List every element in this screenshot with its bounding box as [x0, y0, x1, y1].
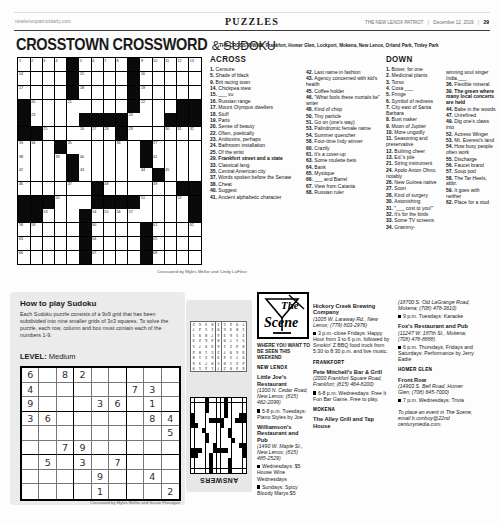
- sudoku-cell: 1: [144, 397, 161, 412]
- crossword-answer-cell: [217, 448, 220, 453]
- crossword-answer-cell: [213, 413, 216, 418]
- clue-number: 2: [31, 59, 33, 63]
- crossword-answer-cell: [232, 418, 235, 423]
- crossword-answer-cell: [213, 423, 216, 428]
- sudoku-cell: [57, 412, 74, 427]
- sudoku-cell: [162, 397, 179, 412]
- crossword-cell: 35: [67, 141, 79, 154]
- crossword-black-cell: [67, 86, 79, 99]
- crossword-answer-grid-upside-down: [190, 397, 247, 474]
- crossword-black-cell: [189, 182, 201, 195]
- crossword-answer-cell: [221, 458, 224, 463]
- crossword-cell: [31, 251, 43, 264]
- crossword-answer-cell: [232, 453, 235, 458]
- crossword-cell: [31, 182, 43, 195]
- sudoku-cell: [144, 426, 161, 441]
- crossword-cell: [128, 182, 140, 195]
- crossword-answer-cell: [206, 398, 209, 403]
- crossword-answer-cell: [191, 398, 194, 403]
- crossword-cell: 28: [104, 127, 116, 140]
- sudoku-answer-cell: 3: [240, 349, 246, 354]
- sudoku-cell: [127, 368, 144, 383]
- sudoku-answer-cell: 6: [216, 344, 222, 349]
- clue-number: 27: [92, 127, 96, 131]
- sudoku-grid: 682473936136845795379412: [20, 366, 181, 501]
- crossword-cell: [177, 72, 189, 85]
- crossword-cell: [189, 86, 201, 99]
- clue-number: 28: [104, 127, 108, 131]
- clue: 68. Russian ruler: [306, 190, 380, 196]
- sudoku-answer-cell: 6: [234, 349, 240, 354]
- crossword-cell: 11: [165, 58, 177, 71]
- crossword-cell: 27: [92, 127, 104, 140]
- city-header: FRANKFORT: [313, 360, 390, 365]
- sudoku-cell: 3: [22, 412, 39, 427]
- clue-number: 3: [43, 59, 45, 63]
- crossword-cell: [165, 72, 177, 85]
- clue-number: 46: [19, 182, 23, 186]
- crossword-answer-cell: [191, 458, 194, 463]
- crossword-answer-cell: [224, 408, 227, 413]
- crossword-answer-cell: [243, 433, 246, 438]
- clue-number: 51: [141, 196, 145, 200]
- clue-number: 6: [92, 59, 94, 63]
- sudoku-answer-cell: 4: [228, 322, 234, 327]
- venue-address: (18700 S. Old LaGrange Road, Mokena; (70…: [398, 299, 474, 311]
- crossword-cell: [55, 223, 67, 236]
- down-clues-column-2: winning soul singer India.___36. Flexibl…: [446, 70, 496, 206]
- page-number: 29: [483, 19, 489, 25]
- clue: 58. The Tar Heels, abbr.: [446, 176, 496, 188]
- crossword-answer-cell: [224, 403, 227, 408]
- venue-name: Little Joe's Restaurant: [257, 374, 309, 387]
- crossword-answer-cell: [202, 448, 205, 453]
- bullet-square-icon: [398, 399, 401, 402]
- crossword-black-cell: [79, 237, 91, 250]
- level-label: LEVEL:: [20, 352, 47, 361]
- crossword-cell: 48: [104, 182, 116, 195]
- crossword-answer-cell: [243, 453, 246, 458]
- crossword-black-cell: [18, 100, 30, 113]
- sudoku-cell: [57, 470, 74, 485]
- crossword-cell: [140, 182, 152, 195]
- crossword-answer-cell: [235, 408, 238, 413]
- clue: 59. It goes with neither: [446, 188, 496, 200]
- crossword-answer-cell: [206, 408, 209, 413]
- crossword-cell: [55, 251, 67, 264]
- crossword-cell: 63: [18, 237, 30, 250]
- crossword-cell: [165, 196, 177, 209]
- crossword-answer-cell: [232, 448, 235, 453]
- clue-number: 26: [80, 127, 84, 131]
- sudoku-cell: [92, 426, 109, 441]
- sudoku-cell: [109, 470, 126, 485]
- crossword-answer-cell: [213, 448, 216, 453]
- sudoku-cell: 9: [92, 470, 109, 485]
- crossword-answer-cell: [228, 464, 231, 469]
- sudoku-answer-cell: 4: [191, 349, 197, 354]
- crossword-answer-cell: [221, 438, 224, 443]
- sudoku-answer-cell: 6: [197, 322, 203, 327]
- crossword-answer-cell: [206, 469, 209, 474]
- clue: 46. "What fools these mortals be" writer: [306, 95, 380, 107]
- crossword-answer-cell: [239, 398, 242, 403]
- crossword-answer-cell: [232, 408, 235, 413]
- crossword-cell: [43, 251, 55, 264]
- crossword-answer-cell: [191, 408, 194, 413]
- crossword-answer-cell: [221, 433, 224, 438]
- venue-name: The Alley Grill and Tap House: [313, 416, 390, 429]
- crossword-answer-cell: [239, 464, 242, 469]
- crossword-cell: [165, 182, 177, 195]
- sudoku-answer-cell: 7: [216, 366, 222, 371]
- sudoku-answer-cell: 6: [191, 361, 197, 366]
- crossword-answer-cell: [191, 423, 194, 428]
- crossword-cell: [116, 223, 128, 236]
- crossword-answer-cell: [209, 398, 212, 403]
- crossword-black-cell: [140, 251, 152, 264]
- clue-number: 58: [19, 223, 23, 227]
- crossword-answer-cell: [235, 413, 238, 418]
- crossword-answer-cell: [243, 403, 246, 408]
- crossword-answer-cell: [198, 458, 201, 463]
- clue-number: 53: [43, 210, 47, 214]
- venue-address: (1490 W. Maple St., New Lenox; (815) 485…: [257, 443, 309, 461]
- sudoku-cell: 5: [162, 426, 179, 441]
- crossword-cell: [128, 251, 140, 264]
- crossword-cell: 9: [140, 58, 152, 71]
- crossword-answer-cell: [232, 464, 235, 469]
- crossword-cell: [128, 237, 140, 250]
- crossword-answer-cell: [209, 423, 212, 428]
- crossword-answer-cell: [213, 453, 216, 458]
- sudoku-answer-cell: 1: [240, 327, 246, 332]
- event-item: 6 p.m. Thursdays, Fridays and Saturdays:…: [398, 344, 474, 362]
- sudoku-answer-cell: 3: [203, 322, 209, 327]
- sudoku-cell: 2: [162, 484, 179, 499]
- crossword-cell: [55, 237, 67, 250]
- crossword-answer-cell: [221, 443, 224, 448]
- sudoku-answer-cell: 8: [228, 366, 234, 371]
- crossword-cell: [79, 182, 91, 195]
- crossword-cell: 12: [177, 58, 189, 71]
- clue: 34. Grammy-: [386, 225, 442, 231]
- crossword-black-cell: [79, 223, 91, 236]
- crossword-answer-cell: [232, 443, 235, 448]
- crossword-cell: 39: [55, 154, 67, 167]
- crossword-cell: 43: [79, 168, 91, 181]
- sudoku-answer-cell: 5: [222, 322, 228, 327]
- crossword-answer-cell: [232, 428, 235, 433]
- crossword-answer-cell: [213, 408, 216, 413]
- sudoku-cell: [109, 484, 126, 499]
- clue-number: 37: [153, 141, 157, 145]
- crossword-answer-cell: [206, 464, 209, 469]
- crossword-answer-cell: [243, 464, 246, 469]
- crossword-answer-cell: [195, 464, 198, 469]
- clue-number: 25: [43, 127, 47, 131]
- sudoku-answer-cell: 4: [222, 355, 228, 360]
- crossword-cell: [31, 237, 43, 250]
- venue-address: (1300 N. Cedar Road, New Lenox; (815) 46…: [257, 387, 309, 405]
- clue-number: 45: [165, 168, 169, 172]
- clue-number: 17: [19, 86, 23, 90]
- crossword-answer-cell: [209, 418, 212, 423]
- crossword-cell: [43, 182, 55, 195]
- clue-number: 38: [19, 155, 23, 159]
- crossword-black-cell: [189, 209, 201, 222]
- bullet-square-icon: [313, 391, 316, 394]
- clue-number: 9: [141, 59, 143, 63]
- sudoku-cell: [162, 455, 179, 470]
- separator: |: [428, 20, 429, 25]
- clue-number: 40: [80, 155, 84, 159]
- clue-number: 23: [31, 113, 35, 117]
- crossword-cell: 32: [189, 127, 201, 140]
- sudoku-cell: [74, 426, 91, 441]
- sudoku-answer-cell: 1: [203, 349, 209, 354]
- sudoku-cell: [127, 455, 144, 470]
- crossword-answer-cell: [235, 423, 238, 428]
- crossword-answer-cell: [235, 469, 238, 474]
- crossword-answer-cell: [191, 418, 194, 423]
- crossword-answer-cell: [198, 408, 201, 413]
- crossword-answer-cell: [191, 453, 194, 458]
- crossword-cell: [177, 251, 189, 264]
- bullet-square-icon: [313, 332, 316, 335]
- crossword-cell: 29: [128, 127, 140, 140]
- crossword-answer-cell: [243, 428, 246, 433]
- crossword-cell: 67: [92, 251, 104, 264]
- crossword-answer-cell: [206, 448, 209, 453]
- crossword-answer-cell: [224, 428, 227, 433]
- clue: 62. Place for a stud: [446, 200, 496, 206]
- crossword-answer-cell: [209, 448, 212, 453]
- crossword-cell: 37: [153, 141, 165, 154]
- crossword-cell: [92, 154, 104, 167]
- crossword-black-cell: [189, 100, 201, 113]
- sudoku-answer-cell: 1: [216, 322, 222, 327]
- crossword-cell: 66: [18, 251, 30, 264]
- crossword-black-cell: [55, 141, 67, 154]
- svg-text:The: The: [281, 299, 299, 311]
- sudoku-answer-cell: 3: [191, 338, 197, 343]
- crossword-cell: [79, 196, 91, 209]
- crossword-cell: [116, 168, 128, 181]
- sudoku-answer-cell: 4: [203, 366, 209, 371]
- crossword-answer-cell: [232, 398, 235, 403]
- sudoku-answer-cell: 7: [240, 322, 246, 327]
- clue: 41. Ancient alphabetic character: [210, 195, 296, 201]
- crossword-cell: 21: [67, 100, 79, 113]
- down-clue-list: winning soul singer India.___36. Flexibl…: [446, 70, 496, 206]
- crossword-answer-cell: [202, 408, 205, 413]
- sudoku-level: LEVEL: Medium: [20, 352, 75, 361]
- crossword-answer-cell: [224, 448, 227, 453]
- crossword-cell: 56: [116, 209, 128, 222]
- crossword-cell: [140, 209, 152, 222]
- crossword-answer-cell: [209, 403, 212, 408]
- crossword-answer-cell: [228, 433, 231, 438]
- sudoku-cell: 9: [74, 441, 91, 456]
- crossword-answer-cell: [228, 408, 231, 413]
- crossword-cell: [67, 209, 79, 222]
- across-clues-column-2: 42. Last name in fashion43. Agency conce…: [306, 70, 380, 197]
- crossword-cell: [43, 113, 55, 126]
- crossword-black-cell: [67, 168, 79, 181]
- crossword-answer-cell: [209, 428, 212, 433]
- crossword-answer-cell: [202, 423, 205, 428]
- event-item: Sundays: Spicy Bloody Marys $5: [257, 484, 309, 496]
- the-scene-logo: The Scene: [257, 292, 309, 339]
- down-clue-list: 1. Boxer, for one2. Medicinal plants3. T…: [386, 67, 442, 231]
- crossword-cell: [177, 168, 189, 181]
- crossword-answer-cell: [191, 469, 194, 474]
- crossword-black-cell: [67, 58, 79, 71]
- clue: 24. Apolo Anton Ohno, notably: [386, 168, 442, 180]
- sudoku-answer-cell: 1: [191, 333, 197, 338]
- sudoku-answer-cell: 5: [234, 333, 240, 338]
- crossword-cell: [31, 86, 43, 99]
- crossword-black-cell: [18, 113, 30, 126]
- crossword-answer-cell: [217, 413, 220, 418]
- clue-number: 44: [141, 168, 145, 172]
- crossword-black-cell: [189, 113, 201, 126]
- crossword-black-cell: [165, 113, 177, 126]
- crossword-cell: [165, 209, 177, 222]
- crossword-answer-cell: [228, 438, 231, 443]
- crossword-cell: [189, 237, 201, 250]
- crossword-black-cell: [116, 196, 128, 209]
- crossword-answer-cell: [217, 433, 220, 438]
- crossword-cell: 65: [153, 237, 165, 250]
- crossword-cell: [67, 127, 79, 140]
- crossword-cell: 6: [92, 58, 104, 71]
- clue-number: 34: [31, 141, 35, 145]
- sudoku-answer-cell: 2: [240, 333, 246, 338]
- crossword-answer-cell: [195, 398, 198, 403]
- sudoku-answer-cell: 9: [234, 322, 240, 327]
- crossword-answer-cell: [217, 398, 220, 403]
- clue-number: 5: [80, 59, 82, 63]
- crossword-answer-cell: [191, 403, 194, 408]
- martini-glass-icon: The Scene: [259, 294, 307, 337]
- sudoku-answer-cell: 9: [191, 366, 197, 371]
- crossword-answer-cell: [239, 403, 242, 408]
- venue-address: (14903 S. Bell Road, Homer Glen; (708) 6…: [398, 383, 474, 395]
- crossword-cell: [43, 72, 55, 85]
- level-value: Medium: [47, 352, 76, 361]
- crossword-cell: 22: [140, 100, 152, 113]
- across-clue-list: 1. Censure5. Shade of black9. Brit racin…: [210, 67, 296, 201]
- crossword-answer-cell: [195, 433, 198, 438]
- crossword-answer-cell: [228, 448, 231, 453]
- crossword-cell: [43, 237, 55, 250]
- crossword-cell: 10: [153, 58, 165, 71]
- clue-number: 10: [153, 59, 157, 63]
- answers-label: ANSWERS: [186, 477, 252, 484]
- sudoku-cell: [39, 470, 56, 485]
- crossword-black-cell: [43, 196, 55, 209]
- clue-number: 36: [117, 141, 121, 145]
- crossword-answer-cell: [239, 448, 242, 453]
- crossword-answer-cell: [239, 428, 242, 433]
- crossword-cell: 52: [177, 196, 189, 209]
- crossword-answer-cell: [221, 469, 224, 474]
- paper-name: THE NEW LENOX PATRIOT: [365, 20, 423, 25]
- crossword-black-cell: [92, 182, 104, 195]
- sudoku-cell: [39, 368, 56, 383]
- crossword-black-cell: [189, 196, 201, 209]
- crossword-answer-cell: [228, 443, 231, 448]
- crossword-answer-cell: [217, 418, 220, 423]
- clue-number: 66: [19, 251, 23, 255]
- scene-listings-column-1: NEW LENOXLittle Joe's Restaurant(1300 N.…: [257, 360, 309, 496]
- crossword-cell: 41: [153, 154, 165, 167]
- crossword-cell: [31, 154, 43, 167]
- crossword-answer-cell: [243, 413, 246, 418]
- crossword-cell: [165, 100, 177, 113]
- crossword-answer-cell: [206, 433, 209, 438]
- crossword-answer-cell: [213, 464, 216, 469]
- sudoku-cell: [92, 368, 109, 383]
- crossword-answer-cell: [206, 428, 209, 433]
- crossword-black-cell: [67, 72, 79, 85]
- crossword-answer-cell: [243, 398, 246, 403]
- crossword-cell: [67, 113, 79, 126]
- sudoku-answer-cell: 8: [191, 355, 197, 360]
- crossword-black-cell: [140, 237, 152, 250]
- crossword-answer-cell: [224, 443, 227, 448]
- crossword-cell: [67, 237, 79, 250]
- clue-number: 33: [19, 141, 23, 145]
- sudoku-cell: 3: [144, 383, 161, 398]
- sudoku-cell: [39, 426, 56, 441]
- crossword-cell: [165, 86, 177, 99]
- sudoku-cell: 2: [74, 368, 91, 383]
- crossword-cell: [189, 154, 201, 167]
- issue-date: December 12, 2019: [433, 20, 473, 25]
- sudoku-answer-cell: 7: [222, 349, 228, 354]
- crossword-answer-cell: [195, 423, 198, 428]
- crossword-cell: [67, 251, 79, 264]
- sudoku-cell: [39, 397, 56, 412]
- crossword-answer-cell: [198, 398, 201, 403]
- crossword-cell: [116, 72, 128, 85]
- event-item: 5-8 p.m. Tuesdays: Piano Styles by Joe: [257, 408, 309, 420]
- sudoku-answer-cell: 9: [216, 327, 222, 332]
- clue-number: 35: [68, 141, 72, 145]
- crossword-cell: 40: [79, 154, 91, 167]
- clue-number: 32: [190, 127, 194, 131]
- crossword-cell: [116, 182, 128, 195]
- sudoku-cell: [162, 470, 179, 485]
- crossword-answer-cell: [239, 453, 242, 458]
- sudoku-cell: [92, 455, 109, 470]
- sudoku-answer-cell: 1: [209, 366, 215, 371]
- crossword-answer-cell: [235, 458, 238, 463]
- crossword-answer-cell: [235, 464, 238, 469]
- crossword-answer-cell: [202, 403, 205, 408]
- sudoku-answer-cell: 1: [222, 344, 228, 349]
- sudoku-cell: [144, 441, 161, 456]
- crossword-black-cell: [31, 209, 43, 222]
- crossword-answer-cell: [195, 428, 198, 433]
- sudoku-cell: [57, 484, 74, 499]
- crossword-answer-cell: [202, 458, 205, 463]
- crossword-answer-cell: [213, 418, 216, 423]
- crossword-answer-cell: [191, 443, 194, 448]
